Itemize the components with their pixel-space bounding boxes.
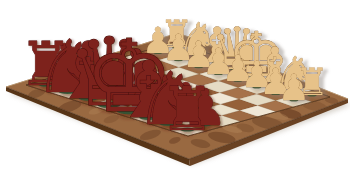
piece-rosewood-rook-h1: ♜ (160, 74, 214, 144)
chess-set-product-photo: ♜♟♞♟♝♟♛♟♚♟♝♟♞♟♜♟♟♜♟♞♟♝♟♛♟♚♟♝♟♞♟♜ (0, 0, 350, 175)
chess-board-scene: ♜♟♞♟♝♟♛♟♚♟♝♟♞♟♜♟♟♜♟♞♟♝♟♛♟♚♟♝♟♞♟♜ (0, 0, 350, 175)
piece-boxwood-pawn-h7: ♟ (278, 67, 310, 108)
